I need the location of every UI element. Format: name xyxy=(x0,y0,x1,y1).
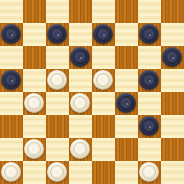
square-r5c5 xyxy=(115,115,138,138)
white-man[interactable] xyxy=(70,93,90,113)
square-r7c5 xyxy=(115,161,138,184)
square-r1c7 xyxy=(161,23,184,46)
piece-core xyxy=(168,53,176,61)
square-r2c2 xyxy=(46,46,69,69)
square-r0c2 xyxy=(46,0,69,23)
black-man[interactable] xyxy=(139,24,159,44)
piece-core xyxy=(7,168,15,176)
square-r6c1[interactable] xyxy=(23,138,46,161)
piece-core xyxy=(30,99,38,107)
square-r0c0 xyxy=(0,0,23,23)
square-r4c6 xyxy=(138,92,161,115)
piece-core xyxy=(53,168,61,176)
square-r2c0 xyxy=(0,46,23,69)
square-r1c3 xyxy=(69,23,92,46)
white-man[interactable] xyxy=(70,139,90,159)
square-r3c1 xyxy=(23,69,46,92)
square-r6c2 xyxy=(46,138,69,161)
square-r7c2[interactable] xyxy=(46,161,69,184)
square-r4c1[interactable] xyxy=(23,92,46,115)
piece-core xyxy=(76,53,84,61)
square-r4c3[interactable] xyxy=(69,92,92,115)
square-r3c5 xyxy=(115,69,138,92)
square-r7c4[interactable] xyxy=(92,161,115,184)
square-r0c7[interactable] xyxy=(161,0,184,23)
white-man[interactable] xyxy=(47,162,67,182)
square-r5c4[interactable] xyxy=(92,115,115,138)
square-r1c0[interactable] xyxy=(0,23,23,46)
black-man[interactable] xyxy=(47,24,67,44)
square-r1c5 xyxy=(115,23,138,46)
piece-core xyxy=(7,30,15,38)
square-r4c7[interactable] xyxy=(161,92,184,115)
square-r6c6 xyxy=(138,138,161,161)
checkers-board xyxy=(0,0,184,184)
white-man[interactable] xyxy=(139,162,159,182)
piece-core xyxy=(99,30,107,38)
square-r2c6 xyxy=(138,46,161,69)
piece-core xyxy=(53,30,61,38)
black-man[interactable] xyxy=(139,70,159,90)
black-man[interactable] xyxy=(116,93,136,113)
square-r6c3[interactable] xyxy=(69,138,92,161)
square-r0c5[interactable] xyxy=(115,0,138,23)
black-man[interactable] xyxy=(70,47,90,67)
white-man[interactable] xyxy=(24,93,44,113)
square-r4c0 xyxy=(0,92,23,115)
square-r2c3[interactable] xyxy=(69,46,92,69)
black-man[interactable] xyxy=(139,116,159,136)
white-man[interactable] xyxy=(93,70,113,90)
piece-core xyxy=(145,122,153,130)
piece-core xyxy=(7,76,15,84)
square-r7c1 xyxy=(23,161,46,184)
black-man[interactable] xyxy=(1,24,21,44)
square-r4c4 xyxy=(92,92,115,115)
square-r6c7[interactable] xyxy=(161,138,184,161)
square-r3c0[interactable] xyxy=(0,69,23,92)
piece-core xyxy=(145,168,153,176)
piece-core xyxy=(76,99,84,107)
white-man[interactable] xyxy=(24,139,44,159)
square-r4c5[interactable] xyxy=(115,92,138,115)
square-r3c3 xyxy=(69,69,92,92)
square-r2c7[interactable] xyxy=(161,46,184,69)
square-r1c6[interactable] xyxy=(138,23,161,46)
piece-core xyxy=(99,76,107,84)
piece-core xyxy=(145,30,153,38)
black-man[interactable] xyxy=(93,24,113,44)
square-r5c3 xyxy=(69,115,92,138)
square-r7c3 xyxy=(69,161,92,184)
piece-core xyxy=(122,99,130,107)
square-r0c4 xyxy=(92,0,115,23)
white-man[interactable] xyxy=(1,162,21,182)
piece-core xyxy=(145,76,153,84)
square-r2c1[interactable] xyxy=(23,46,46,69)
piece-core xyxy=(53,76,61,84)
piece-core xyxy=(76,145,84,153)
square-r6c0 xyxy=(0,138,23,161)
square-r0c1[interactable] xyxy=(23,0,46,23)
square-r5c7 xyxy=(161,115,184,138)
square-r4c2 xyxy=(46,92,69,115)
square-r3c2[interactable] xyxy=(46,69,69,92)
square-r5c0[interactable] xyxy=(0,115,23,138)
square-r7c0[interactable] xyxy=(0,161,23,184)
square-r2c5[interactable] xyxy=(115,46,138,69)
black-man[interactable] xyxy=(1,70,21,90)
square-r6c4 xyxy=(92,138,115,161)
piece-core xyxy=(30,145,38,153)
square-r5c6[interactable] xyxy=(138,115,161,138)
white-man[interactable] xyxy=(47,70,67,90)
square-r1c2[interactable] xyxy=(46,23,69,46)
square-r2c4 xyxy=(92,46,115,69)
square-r5c1 xyxy=(23,115,46,138)
square-r1c4[interactable] xyxy=(92,23,115,46)
square-r5c2[interactable] xyxy=(46,115,69,138)
square-r3c6[interactable] xyxy=(138,69,161,92)
square-r3c4[interactable] xyxy=(92,69,115,92)
square-r6c5[interactable] xyxy=(115,138,138,161)
square-r1c1 xyxy=(23,23,46,46)
black-man[interactable] xyxy=(162,47,182,67)
square-r0c3[interactable] xyxy=(69,0,92,23)
square-r7c6[interactable] xyxy=(138,161,161,184)
square-r0c6 xyxy=(138,0,161,23)
square-r3c7 xyxy=(161,69,184,92)
square-r7c7 xyxy=(161,161,184,184)
